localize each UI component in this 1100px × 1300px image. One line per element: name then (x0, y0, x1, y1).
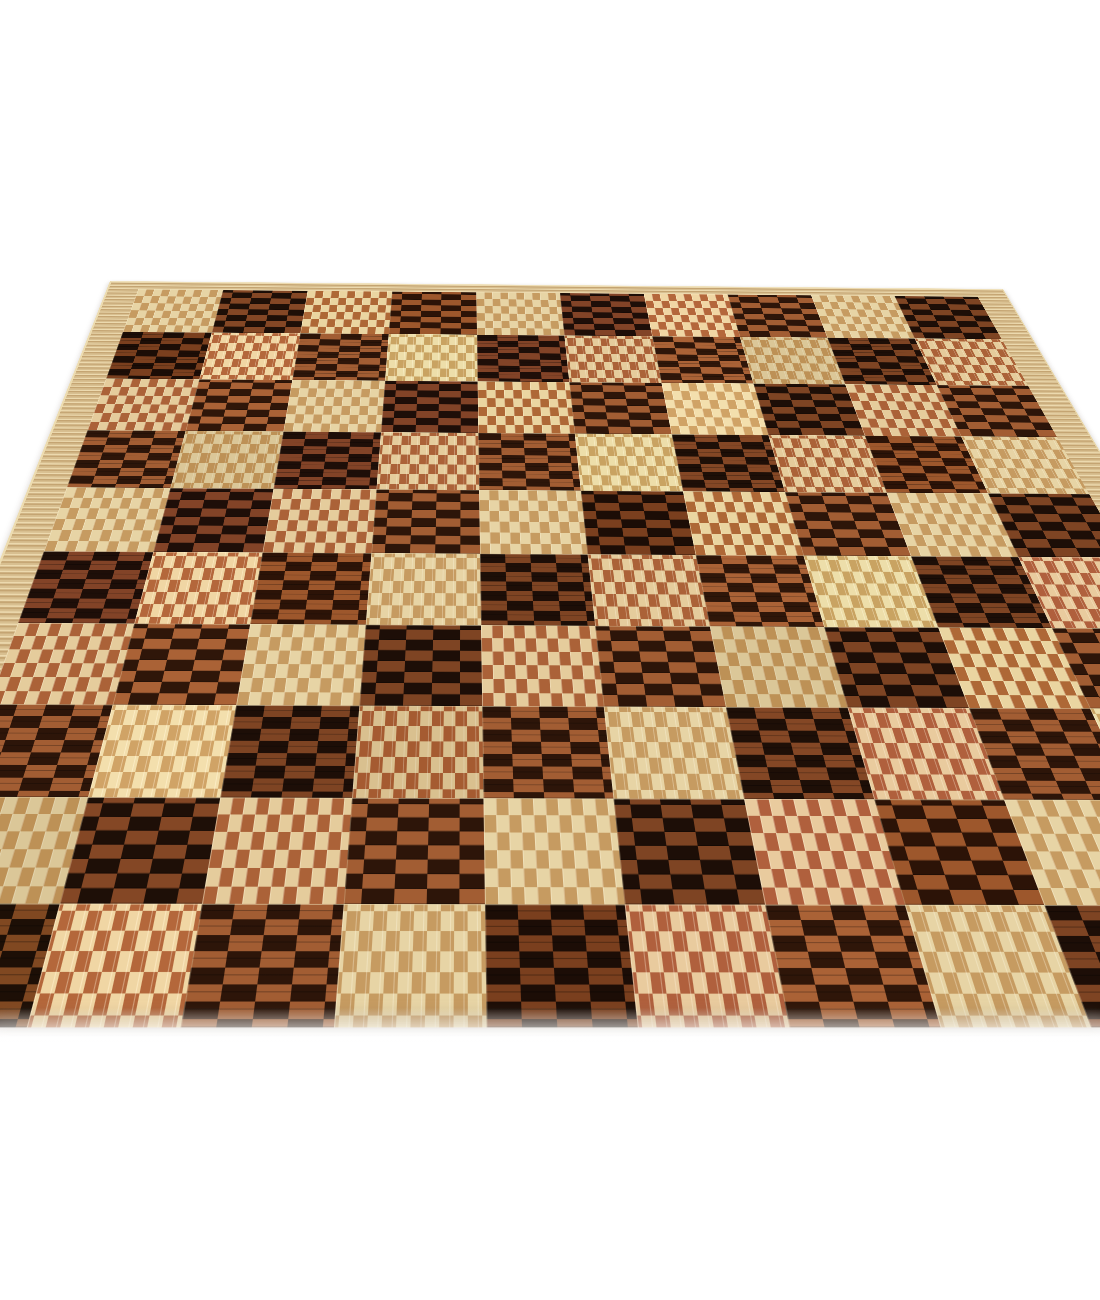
board-cell-r4c2 (170, 431, 283, 489)
board-cell-r7c3 (236, 624, 365, 706)
board-cell-r1c1 (123, 289, 223, 332)
board-cell-r8c6 (604, 707, 744, 799)
board-cell-r1c2 (212, 290, 308, 333)
board-cell-r10c5 (485, 904, 639, 1027)
board-cell-r4c4 (376, 432, 479, 490)
board-cell-r4c3 (273, 431, 380, 489)
board-cell-r9c5 (483, 798, 625, 904)
board-cell-r6c7 (696, 555, 824, 627)
board-cell-r7c4 (359, 625, 482, 706)
board-cell-r1c7 (644, 294, 740, 337)
board-cell-r6c5 (480, 554, 596, 626)
board-cell-r7c1 (0, 623, 134, 705)
board-cell-r5c7 (683, 491, 803, 555)
board-cell-r6c4 (365, 553, 480, 625)
board-cell-r7c6 (596, 626, 727, 707)
board-cell-r6c2 (134, 552, 262, 624)
board-cell-r2c1 (106, 332, 212, 379)
board-cell-r2c2 (199, 332, 300, 379)
board-cell-r2c8 (740, 337, 845, 384)
board-cell-r2c5 (477, 335, 570, 382)
board-cell-r9c3 (202, 797, 352, 904)
board-cell-r3c4 (381, 381, 478, 433)
board-cell-r3c2 (185, 379, 292, 431)
board-cell-r4c5 (478, 433, 581, 491)
board-cell-r2c3 (292, 333, 388, 380)
board-cell-r5c6 (581, 491, 696, 555)
board-cell-r10c3 (180, 904, 343, 1028)
checkerboard-rug (0, 281, 1100, 1025)
board-cell-r3c7 (662, 383, 769, 435)
board-cell-r2c6 (565, 335, 662, 382)
board-cell-r8c4 (352, 706, 483, 799)
board-cell-r10c6 (625, 904, 790, 1027)
board-cell-r3c5 (477, 381, 575, 433)
board-cell-r7c5 (481, 625, 604, 706)
board-cell-r5c1 (44, 487, 170, 552)
board-cell-r7c7 (710, 626, 848, 707)
board-cell-r2c7 (652, 336, 753, 383)
board-cell-r5c2 (153, 488, 273, 552)
board-cell-r6c3 (250, 552, 371, 624)
board-cell-r3c6 (570, 382, 672, 434)
board-cell-r6c6 (588, 554, 710, 626)
board-cell-r3c1 (88, 378, 200, 430)
board-cell-r3c3 (283, 380, 385, 432)
board-cell-r4c7 (672, 434, 785, 492)
board-cell-r1c6 (560, 293, 652, 336)
board-cell-r5c5 (479, 490, 588, 554)
board-cell-r6c1 (18, 551, 153, 623)
board-cell-r1c4 (388, 291, 476, 334)
board-cell-r1c5 (476, 292, 565, 335)
board-cell-r10c4 (334, 904, 487, 1027)
board-cell-r2c4 (385, 334, 477, 381)
board-cell-r9c2 (60, 797, 220, 904)
photo-canvas (0, 0, 1100, 1300)
bottom-white-fade (0, 1008, 1100, 1300)
board-cell-r4c6 (575, 434, 683, 492)
board-cell-r8c2 (88, 705, 236, 798)
board-cell-r5c3 (262, 489, 376, 553)
board-cell-r1c3 (300, 291, 392, 334)
board-cell-r7c2 (113, 623, 250, 705)
board-cell-r8c5 (482, 706, 614, 799)
board-cell-r5c4 (371, 489, 480, 553)
board-cell-r9c6 (614, 799, 765, 905)
board-cell-r9c4 (343, 798, 484, 904)
checkerboard-grid (0, 289, 1100, 1027)
board-cell-r4c1 (67, 430, 186, 488)
board-cell-r8c3 (220, 705, 359, 798)
